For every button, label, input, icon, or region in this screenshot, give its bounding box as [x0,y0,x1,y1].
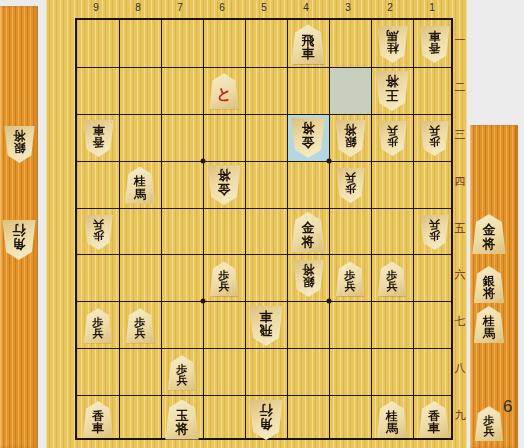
file-label-5: 5 [243,2,285,13]
piece-kanji: 車 [428,422,440,434]
grid-hline [77,208,451,209]
piece-kanji: 兵 [387,125,398,136]
piece-kanji: 将 [302,235,315,248]
piece-kanji: 角 [13,238,26,251]
piece-kanji: 金 [302,136,315,149]
star-point [327,299,332,304]
piece-kanji: 馬 [483,327,495,339]
square-85[interactable] [119,208,161,255]
square-73[interactable] [161,114,203,161]
piece-kanji: 歩 [387,136,398,147]
square-67[interactable] [203,301,245,348]
piece-kanji: 馬 [386,30,398,42]
square-94[interactable] [77,161,119,208]
square-52[interactable] [245,67,287,114]
rank-label-3: 三 [453,112,467,159]
piece-kanji: 将 [302,122,315,135]
square-35[interactable] [329,208,371,255]
piece-kanji: 王 [386,89,399,102]
piece-kanji: 桂 [386,42,398,54]
square-32[interactable] [329,67,371,114]
grid-hline [77,67,451,68]
square-65[interactable] [203,208,245,255]
piece-kanji: 金 [218,183,231,196]
grid-hline [77,348,451,349]
piece-kanji: 馬 [134,188,146,200]
square-53[interactable] [245,114,287,161]
piece-kanji: 車 [302,47,315,60]
board-grid: 飛車桂馬香車と王将香車金将銀将歩兵歩兵桂馬金将歩兵歩兵金将歩兵歩兵銀将歩兵歩兵歩… [75,18,453,440]
piece-kanji: 将 [483,287,495,299]
rank-label-4: 四 [453,159,467,206]
piece-kanji: 将 [13,130,25,142]
square-74[interactable] [161,161,203,208]
piece-kanji: 歩 [429,136,440,147]
piece-kanji: 車 [260,310,273,323]
piece-kanji: 行 [13,224,26,237]
rank-label-9: 九 [453,393,467,440]
square-17[interactable] [413,301,455,348]
piece-kanji: 飛 [302,34,315,47]
piece-kanji: 兵 [345,171,356,182]
square-91[interactable] [77,20,119,67]
piece-kanji: 角 [260,417,273,430]
piece-kanji: 兵 [177,375,188,386]
square-31[interactable] [329,20,371,67]
shogi-game-window: 飛車桂馬香車と王将香車金将銀将歩兵歩兵桂馬金将歩兵歩兵金将歩兵歩兵銀将歩兵歩兵歩… [0,0,524,448]
file-label-6: 6 [201,2,243,13]
file-label-4: 4 [285,2,327,13]
piece-kanji: 車 [92,422,104,434]
piece-kanji: 兵 [135,328,146,339]
file-label-7: 7 [159,2,201,13]
square-48[interactable] [287,348,329,395]
square-18[interactable] [413,348,455,395]
rank-label-6: 六 [453,252,467,299]
square-72[interactable] [161,67,203,114]
piece-kanji: 歩 [93,230,104,241]
piece-kanji: 行 [260,404,273,417]
file-label-2: 2 [369,2,411,13]
shogi-board: 飛車桂馬香車と王将香車金将銀将歩兵歩兵桂馬金将歩兵歩兵金将歩兵歩兵銀将歩兵歩兵歩… [46,0,467,448]
file-label-3: 3 [327,2,369,13]
rank-label-1: 一 [453,18,467,65]
piece-kanji: 桂 [134,175,146,187]
piece-kanji: 兵 [429,218,440,229]
grid-hline [77,301,451,302]
square-39[interactable] [329,395,371,442]
square-38[interactable] [329,348,371,395]
square-58[interactable] [245,348,287,395]
square-71[interactable] [161,20,203,67]
square-25[interactable] [371,208,413,255]
piece-kanji: 車 [428,30,440,42]
square-37[interactable] [329,301,371,348]
square-42[interactable] [287,67,329,114]
piece-kanji: 兵 [387,281,398,292]
piece-kanji: 将 [176,422,189,435]
square-47[interactable] [287,301,329,348]
file-label-8: 8 [117,2,159,13]
square-86[interactable] [119,254,161,301]
square-24[interactable] [371,161,413,208]
piece-kanji: 金 [302,221,315,234]
piece-kanji: 兵 [93,328,104,339]
grid-hline [77,161,451,162]
square-63[interactable] [203,114,245,161]
piece-kanji: 兵 [345,281,356,292]
square-92[interactable] [77,67,119,114]
rank-label-5: 五 [453,206,467,253]
square-76[interactable] [161,254,203,301]
piece-kanji: 将 [218,169,231,182]
piece-kanji: 将 [483,237,496,250]
piece-kanji: 車 [92,123,104,135]
piece-kanji: 将 [302,264,314,276]
square-16[interactable] [413,254,455,301]
piece-kanji: 玉 [176,409,189,422]
square-81[interactable] [119,20,161,67]
square-56[interactable] [245,254,287,301]
grid-hline [77,395,451,396]
grid-hline [77,254,451,255]
square-96[interactable] [77,254,119,301]
square-68[interactable] [203,348,245,395]
piece-kanji: 兵 [93,218,104,229]
square-54[interactable] [245,161,287,208]
star-point [201,158,206,163]
square-89[interactable] [119,395,161,442]
grid-hline [77,114,451,115]
rank-label-2: 二 [453,65,467,112]
grid-vline [161,20,162,438]
piece-kanji: 馬 [386,422,398,434]
piece-kanji: 飛 [260,323,273,336]
square-77[interactable] [161,301,203,348]
grid-vline [203,20,204,438]
square-28[interactable] [371,348,413,395]
piece-kanji: 歩 [429,230,440,241]
file-label-9: 9 [75,2,117,13]
square-83[interactable] [119,114,161,161]
grid-vline [287,20,288,438]
rank-label-7: 七 [453,299,467,346]
piece-kanji: 歩 [345,183,356,194]
square-55[interactable] [245,208,287,255]
piece-kanji: 兵 [219,281,230,292]
piece-kanji: 銀 [344,136,356,148]
square-69[interactable] [203,395,245,442]
square-27[interactable] [371,301,413,348]
square-14[interactable] [413,161,455,208]
piece-kanji: 香 [428,42,440,54]
star-point [201,299,206,304]
sente-pawn-count: 6 [503,397,512,417]
square-51[interactable] [245,20,287,67]
grid-vline [413,20,414,438]
square-12[interactable] [413,67,455,114]
rank-label-8: 八 [453,346,467,393]
piece-kanji: 香 [92,136,104,148]
square-61[interactable] [203,20,245,67]
grid-vline [119,20,120,438]
piece-kanji: 将 [344,123,356,135]
grid-vline [371,20,372,438]
square-88[interactable] [119,348,161,395]
piece-kanji: 将 [386,76,399,89]
piece-kanji: 銀 [302,276,314,288]
file-label-1: 1 [411,2,453,13]
star-point [327,158,332,163]
piece-kanji: 兵 [484,426,495,437]
grid-vline [245,20,246,438]
square-82[interactable] [119,67,161,114]
square-44[interactable] [287,161,329,208]
piece-kanji: と [216,87,231,102]
square-49[interactable] [287,395,329,442]
grid-vline [329,20,330,438]
piece-kanji: 兵 [429,125,440,136]
piece-kanji: 金 [483,223,496,236]
piece-kanji: 銀 [13,142,25,154]
square-98[interactable] [77,348,119,395]
square-75[interactable] [161,208,203,255]
